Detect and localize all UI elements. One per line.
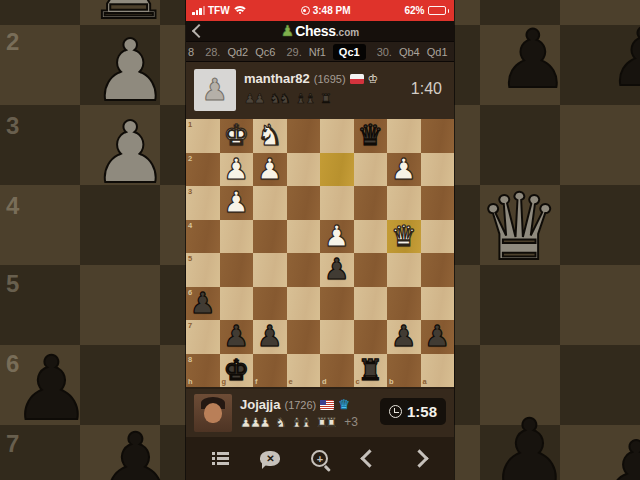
status-bar: TFW 3:48 PM 62% — [186, 0, 454, 21]
captured-piece-icon: ♝ — [304, 92, 316, 105]
player-avatar-top[interactable]: ♟ — [194, 69, 236, 111]
square-b1[interactable] — [387, 119, 421, 153]
square-c5[interactable] — [354, 253, 388, 287]
back-arrow-icon — [192, 24, 206, 38]
magnifier-plus-icon: + — [311, 450, 328, 467]
square-g3[interactable]: ♟ — [220, 186, 254, 220]
background-rank-label: 6 — [6, 350, 19, 378]
previous-move-button[interactable] — [353, 444, 387, 474]
player-avatar-bottom[interactable] — [194, 394, 232, 432]
avatar-face — [204, 403, 222, 423]
square-d4[interactable]: ♟ — [320, 220, 354, 254]
square-b7[interactable]: ♟ — [387, 320, 421, 354]
carrier-label: TFW — [208, 5, 230, 16]
white-knight-piece: ♞ — [257, 121, 283, 150]
black-pawn-piece: ♟ — [391, 322, 417, 351]
avatar-pawn-icon: ♟ — [202, 75, 229, 105]
square-d6[interactable] — [320, 287, 354, 321]
signal-bars-icon — [192, 6, 205, 15]
black-pawn-piece: ♟ — [190, 289, 216, 318]
move-token[interactable]: 30. — [377, 46, 392, 58]
background-pawn-icon: ♟ — [490, 408, 569, 480]
white-queen-piece: ♛ — [391, 222, 417, 251]
square-d8[interactable]: d — [320, 354, 354, 388]
chesscom-logo: ♟Chess.com — [212, 22, 428, 40]
captured-pieces-top: ♟♟♞♞♝♝♜ — [244, 92, 330, 105]
background-rank-label: 3 — [6, 112, 19, 140]
square-a8[interactable]: a — [421, 354, 455, 388]
background-pawn-icon: ♟ — [12, 345, 91, 433]
square-a3[interactable] — [421, 186, 455, 220]
square-e4[interactable] — [287, 220, 321, 254]
file-label: a — [423, 378, 427, 386]
square-e8[interactable]: e — [287, 354, 321, 388]
background-pawn-icon: ♟ — [598, 430, 640, 480]
white-king-piece: ♚ — [223, 121, 249, 150]
file-label: h — [188, 378, 193, 386]
moves-list-button[interactable] — [204, 444, 238, 474]
square-f2[interactable]: ♟ — [253, 153, 287, 187]
square-e1[interactable] — [287, 119, 321, 153]
square-g5[interactable] — [220, 253, 254, 287]
captured-piece-icon: ♜ — [326, 416, 338, 429]
square-a6[interactable] — [421, 287, 455, 321]
square-h3[interactable]: 3 — [186, 186, 220, 220]
next-move-button[interactable] — [402, 444, 436, 474]
captured-piece-icon: ♟ — [254, 92, 266, 105]
black-queen-piece: ♛ — [357, 121, 383, 150]
black-pawn-piece: ♟ — [223, 322, 249, 351]
square-f5[interactable] — [253, 253, 287, 287]
captured-pieces-bottom: ♟♟♟♞♝♝♜♜+3 — [240, 415, 358, 429]
square-b4[interactable]: ♛ — [387, 220, 421, 254]
square-h6[interactable]: ♟6 — [186, 287, 220, 321]
captured-piece-icon: ♝ — [300, 416, 312, 429]
background-pawn-icon: ♟ — [608, 18, 640, 98]
poland-flag-icon — [350, 74, 364, 84]
square-f4[interactable] — [253, 220, 287, 254]
background-rank-label: 7 — [6, 430, 19, 458]
background-pawn-icon: ♟ — [96, 422, 175, 480]
square-c4[interactable] — [354, 220, 388, 254]
square-h8[interactable]: 8h — [186, 354, 220, 388]
square-h4[interactable]: 4 — [186, 220, 220, 254]
square-c8[interactable]: ♜c — [354, 354, 388, 388]
black-rook-piece: ♜ — [357, 356, 383, 385]
background-pawn-icon: ♟ — [92, 28, 168, 113]
king-badge-icon: ♔ — [368, 73, 379, 85]
back-button[interactable] — [186, 26, 212, 36]
captured-piece-icon: ♞ — [275, 416, 287, 429]
square-g1[interactable]: ♚ — [220, 119, 254, 153]
square-e6[interactable] — [287, 287, 321, 321]
square-a5[interactable] — [421, 253, 455, 287]
player-rating-top: (1695) — [314, 73, 346, 85]
square-f8[interactable]: f — [253, 354, 287, 388]
background-pawn-icon: ♟ — [92, 110, 168, 195]
chat-disabled-button[interactable]: ✕ — [253, 444, 287, 474]
square-a2[interactable] — [421, 153, 455, 187]
clock-icon — [389, 405, 402, 418]
square-d2[interactable] — [320, 153, 354, 187]
membership-crown-icon: ♛ — [338, 398, 350, 411]
square-d5[interactable]: ♟ — [320, 253, 354, 287]
rank-label: 7 — [188, 322, 192, 330]
square-b8[interactable]: b — [387, 354, 421, 388]
black-pawn-piece: ♟ — [257, 322, 283, 351]
battery-percent: 62% — [404, 5, 424, 16]
square-h2[interactable]: 2 — [186, 153, 220, 187]
square-f7[interactable]: ♟ — [253, 320, 287, 354]
move-list[interactable]: 828.Qd2Qc629.Nf1Qc130.Qb4Qd13 — [186, 41, 454, 62]
move-token-selected[interactable]: Qc1 — [333, 44, 366, 60]
chevron-left-icon — [360, 449, 378, 467]
chat-x-icon: ✕ — [260, 451, 280, 466]
square-d1[interactable] — [320, 119, 354, 153]
square-a7[interactable]: ♟ — [421, 320, 455, 354]
file-label: d — [322, 378, 327, 386]
move-token[interactable]: 29. — [286, 46, 301, 58]
square-c3[interactable] — [354, 186, 388, 220]
background-queen-icon: ♛ — [478, 182, 560, 274]
move-token[interactable]: 8 — [188, 46, 194, 58]
square-c2[interactable] — [354, 153, 388, 187]
white-pawn-piece: ♟ — [324, 222, 350, 251]
black-pawn-piece: ♟ — [424, 322, 450, 351]
square-h1[interactable]: 1 — [186, 119, 220, 153]
move-token[interactable]: Qd1 — [427, 46, 448, 58]
captured-piece-icon: ♞ — [279, 92, 291, 105]
file-label: g — [222, 378, 227, 386]
square-b3[interactable] — [387, 186, 421, 220]
analysis-button[interactable]: + — [303, 444, 337, 474]
player-name-bottom[interactable]: Jojajja — [240, 397, 280, 412]
screen: ♜ ♟ ♟ ♟ ♟ ♟ ♟ ♛ ♟ ♟ 234567 TFW 3:48 PM 6… — [0, 0, 640, 480]
chess-board: 1♚♞♛2♟♟♟3♟4♟♛5♟♟67♟♟♟♟8h♚gfed♜cba — [186, 119, 454, 387]
square-b2[interactable]: ♟ — [387, 153, 421, 187]
battery-icon — [428, 6, 450, 15]
black-pawn-piece: ♟ — [324, 255, 350, 284]
list-icon — [212, 450, 229, 468]
rank-label: 5 — [188, 255, 192, 263]
file-label: b — [389, 378, 394, 386]
clock-bottom-time: 1:58 — [407, 403, 437, 420]
square-a4[interactable] — [421, 220, 455, 254]
square-b5[interactable] — [387, 253, 421, 287]
square-d3[interactable] — [320, 186, 354, 220]
square-a1[interactable] — [421, 119, 455, 153]
logo-text: Chess — [295, 23, 336, 39]
background-rank-label: 2 — [6, 28, 19, 56]
white-pawn-piece: ♟ — [257, 155, 283, 184]
player-card-bottom: Jojajja (1726) ♛ ♟♟♟♞♝♝♜♜+3 1:58 — [186, 389, 454, 437]
square-b6[interactable] — [387, 287, 421, 321]
us-flag-icon — [320, 400, 334, 410]
move-token[interactable]: 28. — [205, 46, 220, 58]
phone-screen: TFW 3:48 PM 62% ♟Chess.com 828.Qd2Qc629.… — [186, 0, 454, 480]
square-e5[interactable] — [287, 253, 321, 287]
file-label: f — [255, 378, 258, 386]
white-pawn-piece: ♟ — [391, 155, 417, 184]
square-d7[interactable] — [320, 320, 354, 354]
square-e2[interactable] — [287, 153, 321, 187]
square-g2[interactable]: ♟ — [220, 153, 254, 187]
square-c7[interactable] — [354, 320, 388, 354]
player-rating-bottom: (1726) — [284, 399, 316, 411]
captured-piece-icon: ♜ — [320, 92, 332, 105]
clock-top: 1:40 — [411, 80, 442, 98]
rank-label: 4 — [188, 222, 192, 230]
black-king-piece: ♚ — [223, 356, 249, 385]
white-pawn-piece: ♟ — [223, 188, 249, 217]
material-advantage: +3 — [344, 415, 358, 429]
player-card-top: ♟ manthar82 (1695) ♔ ♟♟♞♞♝♝♜ 1:40 — [186, 62, 454, 119]
time-label: 3:48 PM — [313, 5, 351, 16]
clock-bottom: 1:58 — [380, 398, 446, 425]
move-token[interactable]: Qd2 — [227, 46, 248, 58]
logo-pawn-icon: ♟ — [281, 22, 294, 40]
square-e3[interactable] — [287, 186, 321, 220]
file-label: c — [356, 378, 360, 386]
square-g4[interactable] — [220, 220, 254, 254]
captured-piece-icon: ♟ — [259, 416, 271, 429]
rank-label: 3 — [188, 188, 192, 196]
square-c1[interactable]: ♛ — [354, 119, 388, 153]
logo-suffix: .com — [336, 27, 359, 38]
bottom-toolbar: ✕ + — [186, 437, 454, 480]
background-rank-label: 5 — [6, 270, 19, 298]
square-h5[interactable]: 5 — [186, 253, 220, 287]
move-token[interactable]: Qb4 — [399, 46, 420, 58]
square-g7[interactable]: ♟ — [220, 320, 254, 354]
move-token[interactable]: Qc6 — [255, 46, 275, 58]
rank-label: 6 — [188, 289, 192, 297]
square-f6[interactable] — [253, 287, 287, 321]
location-icon — [301, 6, 310, 15]
rank-label: 2 — [188, 155, 192, 163]
square-e7[interactable] — [287, 320, 321, 354]
square-f3[interactable] — [253, 186, 287, 220]
rank-label: 1 — [188, 121, 192, 129]
square-f1[interactable]: ♞ — [253, 119, 287, 153]
background-rank-label: 4 — [6, 192, 19, 220]
background-pawn-icon: ♟ — [497, 20, 569, 100]
rank-label: 8 — [188, 356, 192, 364]
white-pawn-piece: ♟ — [223, 155, 249, 184]
square-c6[interactable] — [354, 287, 388, 321]
wifi-icon — [234, 6, 247, 16]
square-g6[interactable] — [220, 287, 254, 321]
square-h7[interactable]: 7 — [186, 320, 220, 354]
player-name-top[interactable]: manthar82 — [244, 71, 310, 86]
square-g8[interactable]: ♚g — [220, 354, 254, 388]
app-header: ♟Chess.com — [186, 21, 454, 41]
chevron-right-icon — [410, 449, 428, 467]
move-token[interactable]: Nf1 — [309, 46, 326, 58]
file-label: e — [289, 378, 293, 386]
